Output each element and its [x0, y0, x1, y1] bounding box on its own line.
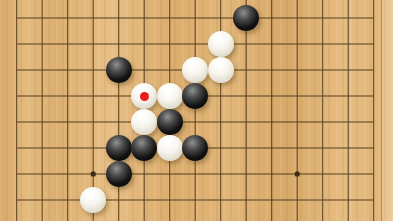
white-stone — [157, 83, 183, 109]
black-stone — [131, 135, 157, 161]
black-stone — [157, 109, 183, 135]
black-stone — [182, 135, 208, 161]
white-stone — [80, 187, 106, 213]
white-stone — [131, 83, 157, 109]
white-stone — [182, 57, 208, 83]
black-stone — [182, 83, 208, 109]
black-stone — [106, 135, 132, 161]
white-stone — [131, 109, 157, 135]
goban-surface[interactable] — [0, 0, 393, 221]
black-stone — [233, 5, 259, 31]
white-stone — [157, 135, 183, 161]
white-stone — [208, 57, 234, 83]
gomoku-board-window — [0, 0, 393, 221]
star-point — [91, 172, 96, 177]
board-grid — [0, 0, 393, 221]
white-stone — [208, 31, 234, 57]
black-stone — [106, 161, 132, 187]
black-stone — [106, 57, 132, 83]
star-point — [295, 172, 300, 177]
last-move-marker — [140, 92, 149, 101]
